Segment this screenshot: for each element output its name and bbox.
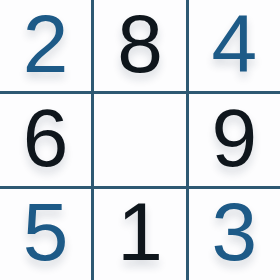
cell-digit: 4 <box>212 3 258 85</box>
sudoku-cell-r1c2[interactable]: 8 <box>94 0 185 91</box>
sudoku-board: 2 8 4 6 9 5 1 3 <box>0 0 280 280</box>
cell-digit: 1 <box>117 191 163 273</box>
sudoku-cell-r1c1[interactable]: 2 <box>0 0 91 91</box>
sudoku-cell-r3c3[interactable]: 3 <box>189 189 280 280</box>
cell-digit: 5 <box>23 191 69 273</box>
sudoku-cell-r2c2[interactable] <box>94 94 185 185</box>
sudoku-cell-r2c1[interactable]: 6 <box>0 94 91 185</box>
cell-digit: 3 <box>212 191 258 273</box>
sudoku-cell-r1c3[interactable]: 4 <box>189 0 280 91</box>
sudoku-cell-r3c2[interactable]: 1 <box>94 189 185 280</box>
sudoku-cell-r3c1[interactable]: 5 <box>0 189 91 280</box>
cell-digit: 8 <box>117 3 163 85</box>
sudoku-cell-r2c3[interactable]: 9 <box>189 94 280 185</box>
cell-digit: 6 <box>23 97 69 179</box>
cell-digit: 2 <box>23 3 69 85</box>
cell-digit: 9 <box>212 97 258 179</box>
